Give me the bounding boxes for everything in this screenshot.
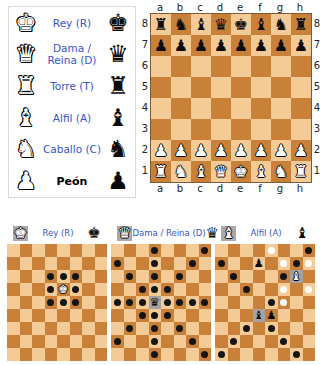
mini-square (45, 283, 58, 296)
move-dot-black (151, 286, 158, 293)
board-square: ♝ (251, 161, 271, 182)
board-square: ♟ (231, 140, 251, 161)
mini-square (32, 335, 45, 348)
mini-square (57, 296, 70, 309)
mini-square (124, 283, 137, 296)
mini-square (199, 309, 212, 322)
black-piece: ♟ (234, 38, 248, 54)
board-square (171, 77, 191, 98)
move-dot-black (189, 260, 196, 267)
mini-square (278, 296, 291, 309)
header-black-piece-icon: ♝ (296, 226, 309, 241)
mini-square (111, 257, 124, 270)
move-dot-black (164, 312, 171, 319)
file-labels-top: abcdefgh (140, 2, 320, 13)
mini-square (161, 244, 174, 257)
mini-square (45, 335, 58, 348)
mini-square (82, 270, 95, 283)
board-square: ♞ (171, 14, 191, 35)
move-dot-white (268, 247, 275, 254)
move-dot-black (151, 338, 158, 345)
mini-square (57, 309, 70, 322)
move-dot-black (114, 299, 121, 306)
move-dot-black (126, 325, 133, 332)
mini-square (290, 335, 303, 348)
mini-square (215, 335, 228, 348)
mini-square (70, 309, 83, 322)
mini-square (240, 309, 253, 322)
mini-square (32, 322, 45, 335)
mini-square (265, 322, 278, 335)
board-square: ♝ (191, 14, 211, 35)
mini-square (303, 322, 316, 335)
black-piece: ♛ (214, 17, 228, 33)
board-square: ♟ (291, 35, 311, 56)
move-dot-black (189, 338, 196, 345)
legend-piece-label: Rey (R) (43, 17, 101, 29)
legend-piece-label: Torre (T) (43, 80, 101, 92)
mini-square (174, 244, 187, 257)
header-white-piece-icon: ♚ (13, 226, 28, 241)
black-piece: ♛ (150, 297, 160, 309)
black-piece: ♝ (254, 17, 268, 33)
mini-square (174, 335, 187, 348)
white-piece: ♝ (254, 164, 268, 180)
mini-square (32, 283, 45, 296)
board-square (291, 77, 311, 98)
mini-square (161, 322, 174, 335)
mini-square (290, 244, 303, 257)
rank-label: 3 (140, 118, 150, 139)
mini-square (20, 257, 33, 270)
board-square (171, 119, 191, 140)
bishop-moves-grid: ♟♝♝♟ (215, 244, 315, 361)
mini-square (303, 244, 316, 257)
mini-square (111, 348, 124, 361)
mini-square (253, 348, 266, 361)
mini-square (70, 244, 83, 257)
mini-square (149, 309, 162, 322)
legend-row: ♝Alfil (A)♝ (9, 102, 135, 134)
move-dot-black (126, 299, 133, 306)
black-piece: ♟ (154, 38, 168, 54)
mini-board-header: ♚Rey (R)♚ (7, 222, 107, 244)
mini-square (111, 244, 124, 257)
board-square (211, 77, 231, 98)
mini-square (57, 335, 70, 348)
move-dot-black (114, 260, 121, 267)
white-piece: ♞ (174, 164, 188, 180)
mini-square (215, 270, 228, 283)
board-square: ♟ (271, 35, 291, 56)
mini-board-title: Rey (R) (42, 228, 73, 238)
mini-square (136, 244, 149, 257)
black-piece: ♜ (154, 17, 168, 33)
mini-square (57, 322, 70, 335)
header-white-piece-icon: ♝ (221, 226, 236, 241)
mini-square (82, 309, 95, 322)
mini-square (136, 257, 149, 270)
board-square: ♜ (291, 161, 311, 182)
mini-square: ♝ (253, 309, 266, 322)
board-square: ♟ (251, 140, 271, 161)
board-square: ♟ (191, 35, 211, 56)
mini-square (136, 309, 149, 322)
move-dot-white (280, 260, 287, 267)
mini-square (161, 309, 174, 322)
white-piece: ♟ (154, 143, 168, 159)
rank-label: 2 (140, 139, 150, 160)
mini-square (45, 322, 58, 335)
board-square: ♜ (151, 161, 171, 182)
mini-square (57, 244, 70, 257)
mini-square (278, 283, 291, 296)
mini-square (228, 257, 241, 270)
white-piece: ♜ (154, 164, 168, 180)
board-square (191, 119, 211, 140)
board-square: ♟ (251, 35, 271, 56)
move-dot-black (218, 260, 225, 267)
mini-square (82, 244, 95, 257)
move-dot-black (60, 273, 67, 280)
mini-square (240, 257, 253, 270)
mini-square (253, 335, 266, 348)
mini-square (95, 348, 108, 361)
board-square (271, 98, 291, 119)
mini-square (7, 257, 20, 270)
board-square (291, 98, 311, 119)
black-piece: ♟ (294, 38, 308, 54)
mini-square (57, 257, 70, 270)
mini-square (7, 244, 20, 257)
mini-square (20, 309, 33, 322)
legend-black-piece-icon: ♛ (101, 42, 135, 66)
mini-square (95, 283, 108, 296)
mini-square (95, 244, 108, 257)
board-square: ♝ (251, 14, 271, 35)
move-dot-black (293, 351, 300, 358)
mini-square (124, 309, 137, 322)
black-piece: ♟ (214, 38, 228, 54)
file-label: b (170, 183, 190, 194)
legend-black-piece-icon: ♞ (101, 137, 135, 161)
file-label: e (230, 183, 250, 194)
mini-square (199, 322, 212, 335)
board-square: ♞ (171, 161, 191, 182)
black-piece: ♝ (254, 310, 264, 322)
move-dot-black (151, 260, 158, 267)
file-label: f (250, 2, 270, 13)
file-label: e (230, 2, 250, 13)
file-label: a (150, 183, 170, 194)
mini-square (70, 270, 83, 283)
white-piece: ♟ (214, 143, 228, 159)
mini-square (228, 283, 241, 296)
black-piece: ♟ (254, 258, 264, 270)
mini-square (95, 335, 108, 348)
mini-square (240, 296, 253, 309)
rank-label: 8 (140, 13, 150, 34)
mini-square (136, 322, 149, 335)
mini-square (265, 348, 278, 361)
move-dot-black (47, 273, 54, 280)
mini-square (70, 283, 83, 296)
mini-square (136, 296, 149, 309)
rank-label: 5 (312, 76, 320, 97)
mini-square (111, 309, 124, 322)
mini-board-queen: ♛Dama / Reina (D)♛♛ (111, 222, 211, 361)
file-label: a (150, 2, 170, 13)
move-dot-black (176, 273, 183, 280)
mini-square (111, 335, 124, 348)
mini-square (228, 270, 241, 283)
move-dot-black (114, 338, 121, 345)
black-piece: ♚ (234, 17, 248, 33)
rank-label: 4 (140, 97, 150, 118)
white-piece: ♞ (274, 164, 288, 180)
board-square: ♞ (271, 161, 291, 182)
mini-square (7, 335, 20, 348)
mini-square (186, 296, 199, 309)
mini-square (111, 270, 124, 283)
mini-square (199, 257, 212, 270)
black-piece: ♟ (194, 38, 208, 54)
mini-square (290, 322, 303, 335)
board-square: ♜ (151, 14, 171, 35)
mini-square (303, 283, 316, 296)
mini-square (215, 283, 228, 296)
mini-square (149, 270, 162, 283)
move-dot-white (280, 299, 287, 306)
mini-square (253, 283, 266, 296)
mini-square (149, 348, 162, 361)
mini-square (174, 309, 187, 322)
mini-square (149, 257, 162, 270)
mini-square (278, 244, 291, 257)
chess-tutorial-page: { "game": "chess", "position": { "main_b… (0, 0, 320, 365)
move-dot-black (72, 286, 79, 293)
board-square: ♟ (271, 140, 291, 161)
mini-square (186, 335, 199, 348)
mini-square (45, 244, 58, 257)
header-white-piece-icon: ♛ (117, 226, 132, 241)
legend-piece-label: Dama / Reina (D) (43, 42, 101, 66)
board-square (191, 98, 211, 119)
file-label: d (210, 2, 230, 13)
mini-square (82, 283, 95, 296)
legend-white-piece-icon: ♞ (9, 137, 43, 161)
board-square (211, 98, 231, 119)
mini-square (253, 322, 266, 335)
board-square (231, 119, 251, 140)
mini-square (199, 296, 212, 309)
board-square (151, 98, 171, 119)
mini-square (161, 257, 174, 270)
file-label: h (290, 183, 310, 194)
move-dot-black (280, 273, 287, 280)
rank-label: 5 (140, 76, 150, 97)
board-square (271, 77, 291, 98)
mini-square (278, 335, 291, 348)
main-chess-board: abcdefgh 87654321 ♜♞♝♛♚♝♞♜♟♟♟♟♟♟♟♟♟♟♟♟♟♟… (140, 2, 320, 194)
mini-square (20, 296, 33, 309)
mini-square (186, 257, 199, 270)
mini-square (278, 309, 291, 322)
mini-square (186, 283, 199, 296)
mini-square (70, 348, 83, 361)
move-dot-black (151, 312, 158, 319)
mini-square (20, 322, 33, 335)
mini-square (136, 270, 149, 283)
mini-square (45, 348, 58, 361)
board-square: ♜ (291, 14, 311, 35)
black-piece: ♟ (174, 38, 188, 54)
move-dot-black (293, 260, 300, 267)
legend-piece-label: Caballo (C) (43, 143, 101, 155)
legend-white-piece-icon: ♟ (9, 169, 43, 193)
board-square (151, 77, 171, 98)
mini-square (7, 283, 20, 296)
mini-square (20, 348, 33, 361)
move-dot-black (305, 247, 312, 254)
mini-square (95, 309, 108, 322)
mini-square (265, 335, 278, 348)
move-dot-black (164, 299, 171, 306)
mini-square (303, 309, 316, 322)
rank-label: 6 (312, 55, 320, 76)
mini-square (215, 296, 228, 309)
mini-square (124, 322, 137, 335)
move-dot-black (151, 247, 158, 254)
board-square (231, 77, 251, 98)
mini-square (136, 283, 149, 296)
rank-labels-right: 87654321 (312, 13, 320, 183)
white-piece: ♝ (194, 164, 208, 180)
mini-square (215, 244, 228, 257)
mini-square (174, 270, 187, 283)
mini-square (240, 322, 253, 335)
move-dot-black (47, 286, 54, 293)
move-dot-black (268, 325, 275, 332)
header-black-piece-icon: ♚ (88, 226, 101, 241)
move-dot-black (126, 273, 133, 280)
move-dot-black (151, 351, 158, 358)
board-square: ♟ (151, 140, 171, 161)
mini-square (199, 270, 212, 283)
mini-square (303, 335, 316, 348)
move-dot-black (243, 286, 250, 293)
mini-square: ♟ (253, 257, 266, 270)
mini-square (186, 322, 199, 335)
mini-square (290, 309, 303, 322)
mini-square (240, 283, 253, 296)
move-dot-black (176, 299, 183, 306)
rank-label: 8 (312, 13, 320, 34)
board-square (191, 56, 211, 77)
mini-square (228, 309, 241, 322)
mini-square (215, 309, 228, 322)
move-dot-black (151, 325, 158, 332)
mini-square (228, 244, 241, 257)
mini-square (199, 283, 212, 296)
move-dot-black (139, 299, 146, 306)
mini-square (32, 244, 45, 257)
mini-square (174, 296, 187, 309)
file-label: c (190, 183, 210, 194)
mini-square (45, 270, 58, 283)
move-dot-black (201, 299, 208, 306)
mini-square (161, 348, 174, 361)
board-square: ♟ (231, 35, 251, 56)
board-square: ♟ (151, 35, 171, 56)
mini-square (199, 348, 212, 361)
mini-board-bishop: ♝Alfil (A)♝♟♝♝♟ (215, 222, 315, 361)
black-piece: ♜ (294, 17, 308, 33)
black-piece: ♟ (266, 310, 276, 322)
move-dot-black (164, 286, 171, 293)
board-square (211, 119, 231, 140)
mini-square (265, 257, 278, 270)
mini-square (240, 270, 253, 283)
mini-square (136, 348, 149, 361)
board-square (211, 56, 231, 77)
board-square (191, 77, 211, 98)
mini-square (111, 296, 124, 309)
mini-square (278, 257, 291, 270)
mini-square (20, 244, 33, 257)
move-dot-black (189, 299, 196, 306)
mini-square (228, 296, 241, 309)
board-square (171, 56, 191, 77)
mini-square (303, 257, 316, 270)
rank-labels-left: 87654321 (140, 13, 150, 183)
move-dot-black (268, 299, 275, 306)
mini-square (124, 335, 137, 348)
white-piece: ♟ (234, 143, 248, 159)
board-square (151, 119, 171, 140)
board-square (271, 119, 291, 140)
rank-label: 2 (312, 139, 320, 160)
mini-square (186, 244, 199, 257)
mini-square (303, 348, 316, 361)
mini-square (265, 244, 278, 257)
rank-label: 6 (140, 55, 150, 76)
file-label: d (210, 183, 230, 194)
board-square: ♝ (191, 161, 211, 182)
mini-square (149, 322, 162, 335)
move-dot-black (151, 273, 158, 280)
board-square: ♚ (231, 161, 251, 182)
queen-moves-grid: ♛ (111, 244, 211, 361)
mini-square (149, 244, 162, 257)
mini-square (45, 296, 58, 309)
mini-square (95, 270, 108, 283)
legend-white-piece-icon: ♜ (9, 74, 43, 98)
white-piece: ♚ (234, 164, 248, 180)
mini-square (199, 335, 212, 348)
mini-square (70, 335, 83, 348)
mini-square (215, 348, 228, 361)
mini-square (82, 348, 95, 361)
legend-white-piece-icon: ♛ (9, 42, 43, 66)
mini-square (45, 257, 58, 270)
board-square: ♟ (191, 140, 211, 161)
board-square (251, 98, 271, 119)
legend-white-piece-icon: ♚ (9, 11, 43, 35)
board-square (231, 98, 251, 119)
mini-square (240, 348, 253, 361)
board-square (291, 56, 311, 77)
